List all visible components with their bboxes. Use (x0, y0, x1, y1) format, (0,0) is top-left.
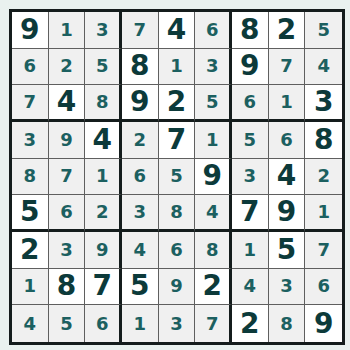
cell-r6c9[interactable]: 1 (305, 195, 342, 232)
cell-r3c8[interactable]: 1 (269, 85, 306, 122)
cell-r6c2[interactable]: 6 (49, 195, 86, 232)
cell-r7c8[interactable]: 5 (269, 232, 306, 269)
cell-r8c8[interactable]: 3 (269, 269, 306, 306)
cell-r2c8[interactable]: 7 (269, 49, 306, 86)
cell-r9c5[interactable]: 3 (159, 305, 196, 342)
cell-r8c5[interactable]: 9 (159, 269, 196, 306)
cell-r4c6[interactable]: 1 (195, 122, 232, 159)
cell-r4c9[interactable]: 8 (305, 122, 342, 159)
cell-r5c8[interactable]: 4 (269, 159, 306, 196)
cell-r3c3[interactable]: 8 (85, 85, 122, 122)
cell-r4c5[interactable]: 7 (159, 122, 196, 159)
cell-r4c4[interactable]: 2 (122, 122, 159, 159)
cell-r7c1[interactable]: 2 (12, 232, 49, 269)
cell-r6c1[interactable]: 5 (12, 195, 49, 232)
cell-r1c7[interactable]: 8 (232, 12, 269, 49)
cell-r4c2[interactable]: 9 (49, 122, 86, 159)
cell-r7c4[interactable]: 4 (122, 232, 159, 269)
cell-r5c5[interactable]: 5 (159, 159, 196, 196)
cell-r8c4[interactable]: 5 (122, 269, 159, 306)
cell-r9c7[interactable]: 2 (232, 305, 269, 342)
cell-r7c2[interactable]: 3 (49, 232, 86, 269)
cell-r3c5[interactable]: 2 (159, 85, 196, 122)
cell-r9c4[interactable]: 1 (122, 305, 159, 342)
cell-r1c6[interactable]: 6 (195, 12, 232, 49)
cell-r2c9[interactable]: 4 (305, 49, 342, 86)
cell-r1c4[interactable]: 7 (122, 12, 159, 49)
cell-r9c8[interactable]: 8 (269, 305, 306, 342)
cell-r5c7[interactable]: 3 (232, 159, 269, 196)
cell-r1c5[interactable]: 4 (159, 12, 196, 49)
cell-r4c1[interactable]: 3 (12, 122, 49, 159)
cell-r3c6[interactable]: 5 (195, 85, 232, 122)
cell-r6c8[interactable]: 9 (269, 195, 306, 232)
sudoku-board: 9137468256258139747489256133942715688716… (9, 9, 345, 345)
cell-r1c1[interactable]: 9 (12, 12, 49, 49)
cell-r9c3[interactable]: 6 (85, 305, 122, 342)
cell-r8c2[interactable]: 8 (49, 269, 86, 306)
cell-r8c1[interactable]: 1 (12, 269, 49, 306)
cell-r7c6[interactable]: 8 (195, 232, 232, 269)
cell-r7c5[interactable]: 6 (159, 232, 196, 269)
cell-r3c4[interactable]: 9 (122, 85, 159, 122)
cell-r8c9[interactable]: 6 (305, 269, 342, 306)
cell-r5c6[interactable]: 9 (195, 159, 232, 196)
cell-r1c3[interactable]: 3 (85, 12, 122, 49)
cell-r9c6[interactable]: 7 (195, 305, 232, 342)
cell-r2c6[interactable]: 3 (195, 49, 232, 86)
cell-r9c1[interactable]: 4 (12, 305, 49, 342)
cell-r6c4[interactable]: 3 (122, 195, 159, 232)
cell-r6c5[interactable]: 8 (159, 195, 196, 232)
cell-r2c3[interactable]: 5 (85, 49, 122, 86)
cell-r4c8[interactable]: 6 (269, 122, 306, 159)
cell-r5c1[interactable]: 8 (12, 159, 49, 196)
cell-r9c2[interactable]: 5 (49, 305, 86, 342)
cell-r2c5[interactable]: 1 (159, 49, 196, 86)
cell-r2c7[interactable]: 9 (232, 49, 269, 86)
cell-r3c1[interactable]: 7 (12, 85, 49, 122)
cell-r7c3[interactable]: 9 (85, 232, 122, 269)
cell-r3c7[interactable]: 6 (232, 85, 269, 122)
cell-r4c3[interactable]: 4 (85, 122, 122, 159)
cell-r1c9[interactable]: 5 (305, 12, 342, 49)
cell-r8c3[interactable]: 7 (85, 269, 122, 306)
cell-r6c6[interactable]: 4 (195, 195, 232, 232)
cell-r5c3[interactable]: 1 (85, 159, 122, 196)
cell-r6c3[interactable]: 2 (85, 195, 122, 232)
cell-r5c4[interactable]: 6 (122, 159, 159, 196)
cell-r8c7[interactable]: 4 (232, 269, 269, 306)
cell-r8c6[interactable]: 2 (195, 269, 232, 306)
cell-r5c9[interactable]: 2 (305, 159, 342, 196)
cell-r3c9[interactable]: 3 (305, 85, 342, 122)
cell-r1c2[interactable]: 1 (49, 12, 86, 49)
cell-r2c1[interactable]: 6 (12, 49, 49, 86)
cell-r2c2[interactable]: 2 (49, 49, 86, 86)
cell-r4c7[interactable]: 5 (232, 122, 269, 159)
cell-r9c9[interactable]: 9 (305, 305, 342, 342)
cell-r1c8[interactable]: 2 (269, 12, 306, 49)
cell-r6c7[interactable]: 7 (232, 195, 269, 232)
cell-r7c7[interactable]: 1 (232, 232, 269, 269)
cell-r2c4[interactable]: 8 (122, 49, 159, 86)
cell-r3c2[interactable]: 4 (49, 85, 86, 122)
cell-r5c2[interactable]: 7 (49, 159, 86, 196)
sudoku-page: 9137468256258139747489256133942715688716… (0, 0, 350, 350)
cell-r7c9[interactable]: 7 (305, 232, 342, 269)
